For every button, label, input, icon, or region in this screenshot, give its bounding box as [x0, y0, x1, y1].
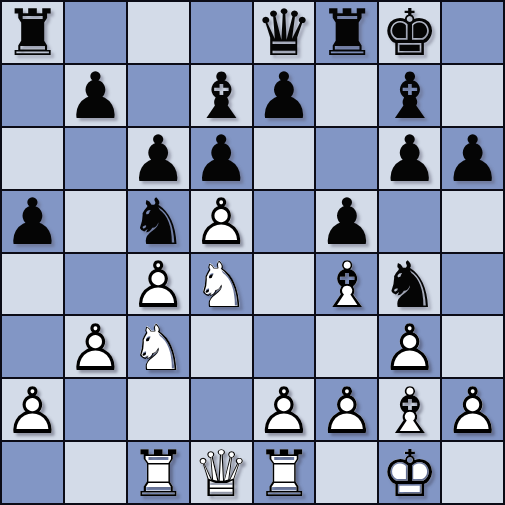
square-h3[interactable] — [442, 316, 503, 377]
square-b3[interactable]: ♟♙ — [65, 316, 126, 377]
square-d5[interactable]: ♟♙ — [191, 191, 252, 252]
piece-black-king: ♚ — [379, 3, 440, 64]
piece-white-pawn: ♟ — [254, 380, 315, 441]
square-e4[interactable] — [254, 254, 315, 315]
piece-white-bishop-outline: ♗ — [316, 255, 377, 316]
piece-white-king: ♚ — [379, 443, 440, 504]
square-e1[interactable]: ♜♖ — [254, 442, 315, 503]
piece-white-pawn-outline: ♙ — [316, 380, 377, 441]
piece-white-pawn: ♟ — [316, 380, 377, 441]
square-e6[interactable] — [254, 128, 315, 189]
piece-black-pawn: ♟ — [254, 66, 315, 127]
square-e2[interactable]: ♟♙ — [254, 379, 315, 440]
square-d3[interactable] — [191, 316, 252, 377]
piece-black-pawn: ♟ — [191, 129, 252, 190]
piece-white-rook: ♜ — [128, 443, 189, 504]
square-b4[interactable] — [65, 254, 126, 315]
square-d2[interactable] — [191, 379, 252, 440]
square-c6[interactable]: ♟ — [128, 128, 189, 189]
square-h7[interactable] — [442, 65, 503, 126]
piece-white-bishop-outline: ♗ — [379, 380, 440, 441]
piece-white-king-outline: ♔ — [379, 443, 440, 504]
square-h6[interactable]: ♟ — [442, 128, 503, 189]
square-g4[interactable]: ♞ — [379, 254, 440, 315]
square-b2[interactable] — [65, 379, 126, 440]
piece-black-bishop: ♝ — [379, 66, 440, 127]
square-a7[interactable] — [2, 65, 63, 126]
square-f1[interactable] — [316, 442, 377, 503]
square-d7[interactable]: ♝ — [191, 65, 252, 126]
square-g3[interactable]: ♟♙ — [379, 316, 440, 377]
square-d4[interactable]: ♞♘ — [191, 254, 252, 315]
square-b1[interactable] — [65, 442, 126, 503]
square-h4[interactable] — [442, 254, 503, 315]
square-c3[interactable]: ♞♘ — [128, 316, 189, 377]
square-h8[interactable] — [442, 2, 503, 63]
square-f6[interactable] — [316, 128, 377, 189]
square-g1[interactable]: ♚♔ — [379, 442, 440, 503]
square-a2[interactable]: ♟♙ — [2, 379, 63, 440]
piece-white-rook-outline: ♖ — [128, 443, 189, 504]
square-b5[interactable] — [65, 191, 126, 252]
square-g7[interactable]: ♝ — [379, 65, 440, 126]
piece-white-pawn: ♟ — [2, 380, 63, 441]
piece-white-pawn-outline: ♙ — [191, 192, 252, 253]
square-g5[interactable] — [379, 191, 440, 252]
square-a1[interactable] — [2, 442, 63, 503]
square-f4[interactable]: ♝♗ — [316, 254, 377, 315]
square-b6[interactable] — [65, 128, 126, 189]
square-a8[interactable]: ♜ — [2, 2, 63, 63]
piece-white-pawn-outline: ♙ — [379, 317, 440, 378]
square-e8[interactable]: ♛ — [254, 2, 315, 63]
square-c7[interactable] — [128, 65, 189, 126]
piece-white-knight-outline: ♘ — [191, 255, 252, 316]
square-b8[interactable] — [65, 2, 126, 63]
chess-board: ♜♛♜♚♟♝♟♝♟♟♟♟♟♞♟♙♟♟♙♞♘♝♗♞♟♙♞♘♟♙♟♙♟♙♟♙♝♗♟♙… — [0, 0, 505, 505]
piece-black-queen: ♛ — [254, 3, 315, 64]
piece-black-knight: ♞ — [128, 192, 189, 253]
square-f8[interactable]: ♜ — [316, 2, 377, 63]
piece-black-pawn: ♟ — [65, 66, 126, 127]
piece-black-pawn: ♟ — [442, 129, 503, 190]
square-e3[interactable] — [254, 316, 315, 377]
piece-white-pawn: ♟ — [379, 317, 440, 378]
piece-white-bishop: ♝ — [379, 380, 440, 441]
piece-black-rook: ♜ — [316, 3, 377, 64]
square-c4[interactable]: ♟♙ — [128, 254, 189, 315]
square-a5[interactable]: ♟ — [2, 191, 63, 252]
square-c5[interactable]: ♞ — [128, 191, 189, 252]
piece-white-pawn: ♟ — [191, 192, 252, 253]
square-a4[interactable] — [2, 254, 63, 315]
square-g2[interactable]: ♝♗ — [379, 379, 440, 440]
piece-white-knight-outline: ♘ — [128, 317, 189, 378]
piece-white-pawn-outline: ♙ — [2, 380, 63, 441]
piece-black-pawn: ♟ — [128, 129, 189, 190]
piece-black-pawn: ♟ — [2, 192, 63, 253]
piece-white-pawn: ♟ — [442, 380, 503, 441]
square-h5[interactable] — [442, 191, 503, 252]
piece-white-pawn-outline: ♙ — [128, 255, 189, 316]
square-f7[interactable] — [316, 65, 377, 126]
square-h1[interactable] — [442, 442, 503, 503]
piece-black-rook: ♜ — [2, 3, 63, 64]
piece-white-pawn-outline: ♙ — [442, 380, 503, 441]
piece-white-pawn: ♟ — [128, 255, 189, 316]
square-a6[interactable] — [2, 128, 63, 189]
piece-white-knight: ♞ — [128, 317, 189, 378]
square-g6[interactable]: ♟ — [379, 128, 440, 189]
square-c1[interactable]: ♜♖ — [128, 442, 189, 503]
piece-white-rook-outline: ♖ — [254, 443, 315, 504]
square-f3[interactable] — [316, 316, 377, 377]
piece-white-queen-outline: ♕ — [191, 443, 252, 504]
piece-white-pawn-outline: ♙ — [65, 317, 126, 378]
piece-white-bishop: ♝ — [316, 255, 377, 316]
piece-black-pawn: ♟ — [379, 129, 440, 190]
square-f5[interactable]: ♟ — [316, 191, 377, 252]
square-e5[interactable] — [254, 191, 315, 252]
piece-white-pawn-outline: ♙ — [254, 380, 315, 441]
square-d6[interactable]: ♟ — [191, 128, 252, 189]
piece-white-pawn: ♟ — [65, 317, 126, 378]
square-e7[interactable]: ♟ — [254, 65, 315, 126]
square-c8[interactable] — [128, 2, 189, 63]
square-c2[interactable] — [128, 379, 189, 440]
square-d8[interactable] — [191, 2, 252, 63]
square-g8[interactable]: ♚ — [379, 2, 440, 63]
piece-white-queen: ♛ — [191, 443, 252, 504]
square-b7[interactable]: ♟ — [65, 65, 126, 126]
piece-white-rook: ♜ — [254, 443, 315, 504]
square-f2[interactable]: ♟♙ — [316, 379, 377, 440]
square-a3[interactable] — [2, 316, 63, 377]
square-h2[interactable]: ♟♙ — [442, 379, 503, 440]
piece-white-knight: ♞ — [191, 255, 252, 316]
piece-black-pawn: ♟ — [316, 192, 377, 253]
square-d1[interactable]: ♛♕ — [191, 442, 252, 503]
piece-black-knight: ♞ — [379, 255, 440, 316]
piece-black-bishop: ♝ — [191, 66, 252, 127]
